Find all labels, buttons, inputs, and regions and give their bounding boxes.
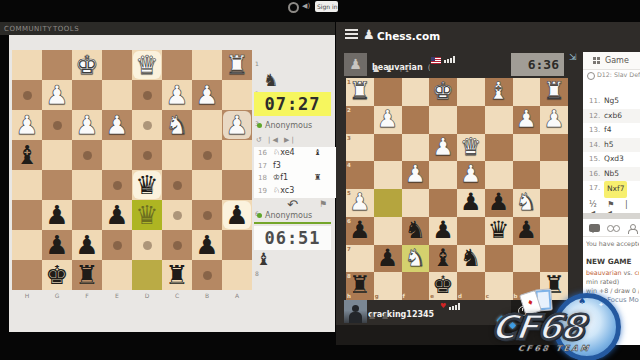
move-row[interactable]: 18♔f1♜ (254, 172, 336, 185)
coord-file: B (192, 292, 222, 299)
square-e4[interactable] (429, 161, 457, 189)
white-pawn-f3[interactable]: ♟ (72, 110, 102, 140)
lichess-header: COMMUNITY TOOLS (0, 22, 335, 35)
square-c2[interactable]: ♟ (162, 80, 192, 110)
white-rook-a1[interactable]: ♜ (222, 50, 252, 80)
move-row[interactable]: 16♘xe4♝ (254, 147, 336, 160)
coord-file: d (458, 293, 462, 299)
heart-icon[interactable]: ♥ (440, 302, 446, 310)
square-d8[interactable] (132, 260, 162, 290)
square-g4[interactable] (374, 161, 402, 189)
black-pawn-e6[interactable]: ♟ (102, 200, 132, 230)
square-b3[interactable] (192, 110, 222, 140)
move-row[interactable]: 19♘xc3 (254, 185, 336, 198)
hand-cursor-icon: ☝ (146, 180, 153, 194)
square-g6[interactable] (374, 217, 402, 245)
square-f8[interactable]: f (402, 272, 430, 300)
square-e7[interactable] (102, 230, 132, 260)
square-f8[interactable]: ♜ (72, 260, 102, 290)
coord-file: h (347, 293, 351, 299)
player-bottom: Anonymous (257, 211, 312, 220)
coord-rank: 3 (347, 135, 351, 141)
coord-file: a (541, 293, 545, 299)
white-pawn-g2[interactable]: ♟ (374, 106, 402, 134)
sound-icon[interactable]: ◀) (302, 2, 310, 10)
square-a5[interactable] (540, 189, 568, 217)
black-queen-d6[interactable]: ♛ (132, 200, 162, 230)
square-e3[interactable]: ♟ (429, 134, 457, 162)
square-d7[interactable]: ♞ (457, 245, 485, 273)
opening-clock-icon (587, 72, 595, 80)
white-pawn-d4[interactable]: ♟ (457, 161, 485, 189)
square-c8[interactable]: c (485, 272, 513, 300)
screenshot-stage: COMMUNITY TOOLS ◀) Sign in ♚♛♜♟♟♟♟♟♟♞♟♝♟… (0, 0, 640, 360)
material-bishop-icon: ♝ (256, 249, 271, 269)
move-row[interactable]: 13.f4 (583, 123, 640, 138)
black-rook-f8[interactable]: ♜ (72, 260, 102, 290)
square-e1[interactable] (102, 50, 132, 80)
square-b5[interactable] (192, 170, 222, 200)
square-b8[interactable]: b (513, 272, 541, 300)
white-queen-d1[interactable]: ♛ (132, 50, 162, 80)
square-d7[interactable] (132, 230, 162, 260)
square-a6[interactable]: ♟ (222, 200, 252, 230)
square-c3[interactable]: ♞ (162, 110, 192, 140)
square-f7[interactable]: ♟ (72, 230, 102, 260)
square-b1[interactable] (192, 50, 222, 80)
square-g6[interactable]: ♟ (42, 200, 72, 230)
square-a2[interactable] (222, 80, 252, 110)
square-c3[interactable] (485, 134, 513, 162)
square-d5[interactable]: ♟ (457, 189, 485, 217)
top-captured-pieces: ♟ ♝ +1 (372, 64, 410, 74)
square-a1[interactable]: ♜ (540, 78, 568, 106)
move-list[interactable]: 16♘xe4♝17f318♔f1♜19♘xc3 (254, 147, 336, 198)
square-a6[interactable] (540, 217, 568, 245)
white-rook-a1[interactable]: ♜ (540, 78, 568, 106)
square-e1[interactable]: ♚ (429, 78, 457, 106)
square-g2[interactable]: ♟ (42, 80, 72, 110)
square-e8[interactable] (102, 260, 132, 290)
square-b2[interactable]: ♟ (192, 80, 222, 110)
black-pawn-c5[interactable]: ♟ (485, 189, 513, 217)
coord-rank: 8 (253, 270, 261, 277)
connection-bars-icon (449, 303, 460, 310)
square-c8[interactable]: ♜ (162, 260, 192, 290)
square-d1[interactable] (457, 78, 485, 106)
clock-icon (518, 306, 528, 316)
square-c4[interactable] (485, 161, 513, 189)
move-row[interactable]: 12.cxb6 (583, 109, 640, 124)
square-h6[interactable] (12, 200, 42, 230)
square-c7[interactable] (485, 245, 513, 273)
square-f5[interactable] (402, 189, 430, 217)
move-row[interactable]: 15.Qxd3 (583, 152, 640, 167)
square-c1[interactable] (162, 50, 192, 80)
coord-rank: 1 (253, 60, 261, 67)
square-h7[interactable]: 7 (346, 245, 374, 273)
white-pawn-c2[interactable]: ♟ (162, 80, 192, 110)
white-king-f1[interactable]: ♚ (72, 50, 102, 80)
black-pawn-b6[interactable]: ♟ (513, 217, 541, 245)
game-tab-icon (593, 57, 601, 65)
spectate-icon[interactable] (613, 225, 620, 232)
move-row[interactable]: 11.Ng5 (583, 94, 640, 109)
us-flag-icon (431, 57, 441, 64)
square-e6[interactable]: ♟ (102, 200, 132, 230)
square-h7[interactable] (12, 230, 42, 260)
square-e4[interactable] (102, 140, 132, 170)
square-a8[interactable] (222, 260, 252, 290)
coord-file: H (12, 292, 42, 299)
square-a3[interactable] (540, 134, 568, 162)
square-c7[interactable] (162, 230, 192, 260)
square-d4[interactable]: ♟ (457, 161, 485, 189)
coord-rank: 8 (347, 273, 351, 279)
square-d3[interactable]: ♛ (457, 134, 485, 162)
square-c1[interactable]: ♝ (485, 78, 513, 106)
square-b7[interactable]: ♟ (192, 230, 222, 260)
square-f6[interactable]: ♞ (402, 217, 430, 245)
chesscom-lower-strip (336, 325, 583, 345)
square-g1[interactable] (42, 50, 72, 80)
square-a4[interactable] (222, 140, 252, 170)
black-pawn-b7[interactable]: ♟ (192, 230, 222, 260)
takeback-icon[interactable]: ↶ (287, 197, 298, 212)
square-g8[interactable]: g (374, 272, 402, 300)
square-h4[interactable]: 4 (346, 161, 374, 189)
square-d6[interactable] (457, 217, 485, 245)
square-f3[interactable] (402, 134, 430, 162)
coord-file: e (430, 293, 434, 299)
square-g3[interactable] (374, 134, 402, 162)
white-knight-c3[interactable]: ♞ (162, 110, 192, 140)
square-h1[interactable] (12, 50, 42, 80)
square-f6[interactable] (72, 200, 102, 230)
square-f4[interactable] (72, 140, 102, 170)
square-g2[interactable]: ♟ (374, 106, 402, 134)
coord-rank: 7 (347, 246, 351, 252)
square-d1[interactable]: ♛ (132, 50, 162, 80)
coord-file: D (132, 292, 162, 299)
square-g7[interactable]: ♟ (374, 245, 402, 273)
square-e8[interactable]: ♚e (429, 272, 457, 300)
square-g5[interactable] (42, 170, 72, 200)
coord-rank: 1 (347, 79, 351, 85)
square-a4[interactable] (540, 161, 568, 189)
square-c2[interactable] (485, 106, 513, 134)
square-a1[interactable]: ♜ (222, 50, 252, 80)
white-queen-d3[interactable]: ♛ (457, 134, 485, 162)
focus-mode-link[interactable]: Try Focus Mode (595, 296, 639, 304)
focus-mode-icon (587, 298, 592, 303)
square-b4[interactable] (192, 140, 222, 170)
black-knight-d7[interactable]: ♞ (457, 245, 485, 273)
square-f7[interactable]: ♞ (402, 245, 430, 273)
square-b7[interactable] (513, 245, 541, 273)
black-rook-c8[interactable]: ♜ (162, 260, 192, 290)
square-b6[interactable]: ♟ (513, 217, 541, 245)
square-b5[interactable]: ♞ (513, 189, 541, 217)
white-pawn-h3[interactable]: ♟ (12, 110, 42, 140)
coord-rank: 5 (347, 190, 351, 196)
top-clock: 6:36 (511, 53, 564, 76)
menu-tools[interactable]: TOOLS (53, 25, 79, 33)
black-pawn-e6[interactable]: ♟ (429, 217, 457, 245)
square-a3[interactable]: ♟ (222, 110, 252, 140)
square-b2[interactable]: ♟ (513, 106, 541, 134)
square-h6[interactable]: ♟6 (346, 217, 374, 245)
square-a7[interactable] (540, 245, 568, 273)
square-e2[interactable] (102, 80, 132, 110)
black-king-g8[interactable]: ♚ (42, 260, 72, 290)
square-d2[interactable] (457, 106, 485, 134)
square-b8[interactable] (192, 260, 222, 290)
square-h4[interactable]: ♝ (12, 140, 42, 170)
square-f5[interactable] (72, 170, 102, 200)
square-a5[interactable] (222, 170, 252, 200)
watermark-subtitle: CF68 TEAM (517, 344, 591, 353)
top-player-avatar[interactable]: ♟ (344, 53, 367, 76)
square-f1[interactable] (402, 78, 430, 106)
square-b1[interactable] (513, 78, 541, 106)
square-e6[interactable]: ♟ (429, 217, 457, 245)
black-pawn-g7[interactable]: ♟ (42, 230, 72, 260)
move-row[interactable]: 17.Nxf7 (583, 181, 640, 196)
square-g5[interactable] (374, 189, 402, 217)
square-f2[interactable] (402, 106, 430, 134)
white-king-e1[interactable]: ♚ (429, 78, 457, 106)
square-h8[interactable]: ♜8h (346, 272, 374, 300)
online-dot (257, 123, 262, 128)
black-pawn-g7[interactable]: ♟ (374, 245, 402, 273)
movelist-controls[interactable]: ↺ |◀ ▶| (256, 136, 296, 144)
black-queen-c6[interactable]: ♛ (485, 217, 513, 245)
bottom-player-avatar[interactable] (344, 300, 367, 323)
square-e5[interactable] (429, 189, 457, 217)
lichess-board[interactable]: ♚♛♜♟♟♟♟♟♟♞♟♝♟♟♛♟♟♟♟♚♜♜HGFEDCBA12345678♛☝ (12, 50, 252, 290)
coord-rank: 6 (347, 218, 351, 224)
chat-message-accepted: You have accepted (586, 240, 639, 247)
chesscom-logo-pawn-icon: ♟ (363, 27, 375, 42)
white-knight-b5[interactable]: ♞ (513, 189, 541, 217)
square-e2[interactable] (429, 106, 457, 134)
square-c6[interactable] (162, 200, 192, 230)
square-e3[interactable]: ♟ (102, 110, 132, 140)
white-pawn-b2[interactable]: ♟ (513, 106, 541, 134)
black-pawn-g6[interactable]: ♟ (42, 200, 72, 230)
square-a7[interactable] (222, 230, 252, 260)
coord-file: G (42, 292, 72, 299)
square-e5[interactable] (102, 170, 132, 200)
square-g8[interactable]: ♚ (42, 260, 72, 290)
square-f1[interactable]: ♚ (72, 50, 102, 80)
square-g4[interactable] (42, 140, 72, 170)
white-knight-f7[interactable]: ♞ (402, 245, 430, 273)
square-h5[interactable] (12, 170, 42, 200)
tab-game[interactable]: Game (605, 56, 629, 65)
square-h1[interactable]: ♜1 (346, 78, 374, 106)
opening-name[interactable]: D12: Slav Defen (597, 71, 640, 78)
new-game-heading: NEW GAME (586, 257, 632, 266)
square-g3[interactable] (42, 110, 72, 140)
chat-line-rated: min rated) (586, 278, 639, 285)
coord-file: C (162, 292, 192, 299)
connection-bars-icon (444, 56, 455, 63)
black-pawn-a6[interactable]: ♟ (222, 200, 252, 230)
chat-bubble-icon[interactable] (589, 224, 600, 232)
players-icon[interactable] (628, 229, 638, 234)
menu-community[interactable]: COMMUNITY (4, 25, 52, 33)
square-g7[interactable]: ♟ (42, 230, 72, 260)
square-h5[interactable]: ♟5 (346, 189, 374, 217)
coord-file: E (102, 292, 132, 299)
bottom-captured-pieces: ♟ ♟ (368, 311, 390, 321)
square-h2[interactable]: 2 (346, 106, 374, 134)
square-a8[interactable]: ♜a (540, 272, 568, 300)
square-d2[interactable] (132, 80, 162, 110)
square-f4[interactable]: ♟ (402, 161, 430, 189)
chat-vs-line: beauvarian vs. crac (586, 269, 639, 276)
white-pawn-f4[interactable]: ♟ (402, 161, 430, 189)
white-bishop-c1[interactable]: ♝ (485, 78, 513, 106)
clock-top: 07:27 (254, 92, 331, 116)
coord-file: f (403, 293, 405, 299)
square-c5[interactable]: ♟ (485, 189, 513, 217)
square-d3[interactable] (132, 110, 162, 140)
white-pawn-b2[interactable]: ♟ (192, 80, 222, 110)
chesscom-logo-text[interactable]: Chess.com (377, 30, 440, 42)
white-pawn-e3[interactable]: ♟ (429, 134, 457, 162)
square-f2[interactable] (72, 80, 102, 110)
square-d6[interactable]: ♛ (132, 200, 162, 230)
player-top: Anonymous (257, 121, 312, 130)
square-c6[interactable]: ♛ (485, 217, 513, 245)
hamburger-menu-icon[interactable] (345, 29, 358, 39)
square-h3[interactable]: ♟ (12, 110, 42, 140)
square-b4[interactable] (513, 161, 541, 189)
move-row[interactable]: 17f3 (254, 160, 336, 173)
turn-indicator-bar (254, 222, 331, 224)
chesscom-board[interactable]: ♜1♚♝♜2♟♟♟3♟♛4♟♟♟5♟♟♞♟6♞♟♛♟7♟♞♝♞♜8hgf♚edc… (346, 78, 568, 300)
white-pawn-a3[interactable]: ♟ (222, 110, 252, 140)
move-row[interactable]: 14.h5 (583, 138, 640, 153)
square-f3[interactable]: ♟ (72, 110, 102, 140)
challenge-icon[interactable] (288, 2, 299, 13)
square-a2[interactable]: ♟ (540, 106, 568, 134)
resign-flag-icon[interactable]: ⚑ (319, 199, 327, 209)
coord-file: A (222, 292, 252, 299)
move-row[interactable]: 16.Nb5 (583, 167, 640, 182)
coord-file: b (514, 293, 518, 299)
material-knight-icon: ♞ (263, 70, 278, 90)
material-score: +1 (398, 66, 410, 74)
square-e7[interactable]: ♝ (429, 245, 457, 273)
square-b6[interactable] (192, 200, 222, 230)
coord-rank: 2 (347, 107, 351, 113)
square-c4[interactable] (162, 140, 192, 170)
coord-file: c (486, 293, 489, 299)
black-pawn-f7[interactable]: ♟ (72, 230, 102, 260)
black-bishop-h4[interactable]: ♝ (12, 140, 42, 170)
square-g1[interactable] (374, 78, 402, 106)
white-pawn-g2[interactable]: ♟ (42, 80, 72, 110)
square-d8[interactable]: d (457, 272, 485, 300)
white-pawn-e3[interactable]: ♟ (102, 110, 132, 140)
sign-in-button[interactable]: Sign in (315, 1, 338, 12)
square-c5[interactable] (162, 170, 192, 200)
white-pawn-a2[interactable]: ♟ (540, 106, 568, 134)
expand-icon[interactable]: ⇲ (569, 52, 577, 62)
square-d4[interactable] (132, 140, 162, 170)
black-bishop-e7[interactable]: ♝ (429, 245, 457, 273)
square-h2[interactable] (12, 80, 42, 110)
coord-file: g (375, 293, 379, 299)
coord-rank: 4 (347, 162, 351, 168)
coord-file: F (72, 292, 102, 299)
square-b3[interactable] (513, 134, 541, 162)
black-knight-f6[interactable]: ♞ (402, 217, 430, 245)
clock-bottom: 06:51 (254, 226, 331, 250)
square-h3[interactable]: 3 (346, 134, 374, 162)
black-pawn-d5[interactable]: ♟ (457, 189, 485, 217)
chat-line-odds: win +8 / draw 0 / l (586, 287, 639, 294)
square-h8[interactable] (12, 260, 42, 290)
online-dot (257, 213, 262, 218)
